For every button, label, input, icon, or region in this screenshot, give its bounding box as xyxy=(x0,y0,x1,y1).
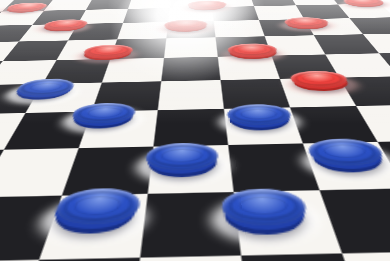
board-square xyxy=(56,39,117,60)
board-perspective-wrap xyxy=(0,0,390,261)
red-checker-piece xyxy=(82,44,134,57)
red-checker-piece xyxy=(4,2,49,11)
board-square xyxy=(79,110,158,148)
red-checker-piece xyxy=(341,0,387,6)
board-square xyxy=(123,8,170,23)
board-square xyxy=(214,20,265,37)
checkers-photo xyxy=(0,0,390,261)
board-square xyxy=(161,57,220,82)
board-square xyxy=(153,109,228,147)
blue-checker-piece xyxy=(70,102,137,124)
board-square xyxy=(224,107,303,145)
board-square xyxy=(164,37,218,57)
red-checker-piece xyxy=(188,0,227,9)
red-checker-piece xyxy=(227,43,279,56)
blue-checker-piece xyxy=(226,103,293,125)
blue-checker-piece xyxy=(50,188,140,226)
checkers-board xyxy=(0,0,390,261)
red-checker-piece xyxy=(164,19,207,30)
board-square xyxy=(216,36,272,56)
red-checker-piece xyxy=(288,70,351,87)
red-checker-piece xyxy=(41,19,89,29)
board-square xyxy=(158,80,224,110)
board-square xyxy=(342,251,390,261)
board-square xyxy=(148,145,234,194)
blue-checker-piece xyxy=(304,138,387,166)
board-square xyxy=(166,21,215,38)
blue-checker-piece xyxy=(145,142,219,171)
board-square xyxy=(280,78,356,108)
blue-checker-piece xyxy=(13,78,78,96)
red-checker-piece xyxy=(282,17,330,27)
blue-checker-piece xyxy=(221,187,310,225)
